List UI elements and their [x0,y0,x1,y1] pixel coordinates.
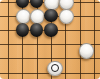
black-stone [16,23,30,37]
black-stone [30,0,44,8]
black-stone [16,0,30,8]
white-stone [79,43,95,59]
black-stone [44,9,58,23]
black-stone [44,23,58,37]
go-board[interactable] [0,0,100,79]
grid-line-vertical [94,0,95,79]
white-stone [47,61,63,77]
white-stone [59,9,75,25]
black-stone [30,23,44,37]
grid-line-vertical [8,0,9,79]
last-move-marker-icon [51,64,59,72]
grid-line-vertical [80,0,81,79]
